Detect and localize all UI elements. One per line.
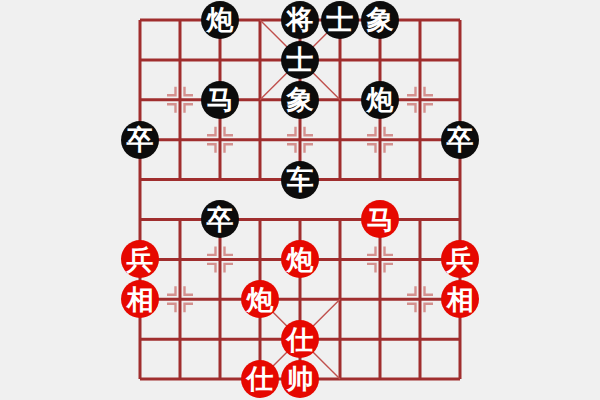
black-cannon-left-piece[interactable]: 炮 [201, 1, 239, 39]
black-soldier-file8-piece[interactable]: 卒 [441, 121, 479, 159]
black-chariot-piece[interactable]: 车 [281, 161, 319, 199]
black-general-piece[interactable]: 将 [281, 1, 319, 39]
red-soldier-file8-piece[interactable]: 兵 [441, 240, 479, 278]
black-elephant-back-piece[interactable]: 象 [361, 1, 399, 39]
red-elephant-left-piece[interactable]: 相 [121, 280, 159, 318]
black-soldier-file0-piece[interactable]: 卒 [121, 121, 159, 159]
black-soldier-file2-piece[interactable]: 卒 [201, 200, 239, 238]
black-advisor-center-piece[interactable]: 士 [281, 41, 319, 79]
black-cannon-right-piece[interactable]: 炮 [361, 81, 399, 119]
red-advisor-center-piece[interactable]: 仕 [281, 320, 319, 358]
red-cannon-left-piece[interactable]: 炮 [241, 280, 279, 318]
black-elephant-center-piece[interactable]: 象 [281, 81, 319, 119]
red-general-piece[interactable]: 帅 [281, 360, 319, 398]
xiangqi-board: 炮将士象士马象炮卒卒车卒马兵炮兵相炮相仕仕帅 [0, 0, 600, 400]
red-elephant-right-piece[interactable]: 相 [441, 280, 479, 318]
black-horse-piece[interactable]: 马 [201, 81, 239, 119]
red-cannon-center-piece[interactable]: 炮 [281, 240, 319, 278]
red-soldier-file0-piece[interactable]: 兵 [121, 240, 159, 278]
red-advisor-back-piece[interactable]: 仕 [241, 360, 279, 398]
black-advisor-back-piece[interactable]: 士 [321, 1, 359, 39]
red-horse-piece[interactable]: 马 [361, 200, 399, 238]
pieces-layer: 炮将士象士马象炮卒卒车卒马兵炮兵相炮相仕仕帅 [120, 0, 480, 399]
